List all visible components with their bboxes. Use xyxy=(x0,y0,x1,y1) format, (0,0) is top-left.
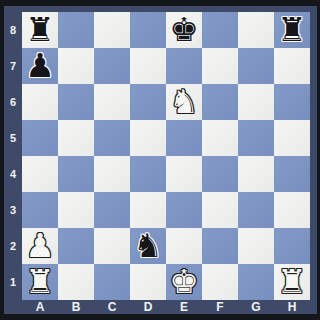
file-label-D: D xyxy=(130,300,166,314)
black-rook-icon[interactable]: ♜ xyxy=(277,12,307,48)
rank-label-8: 8 xyxy=(4,12,22,48)
square-h6[interactable] xyxy=(274,84,310,120)
square-c1[interactable] xyxy=(94,264,130,300)
square-e1[interactable]: ♚ xyxy=(166,264,202,300)
square-e4[interactable] xyxy=(166,156,202,192)
square-g5[interactable] xyxy=(238,120,274,156)
square-a4[interactable] xyxy=(22,156,58,192)
square-f2[interactable] xyxy=(202,228,238,264)
square-g3[interactable] xyxy=(238,192,274,228)
file-label-C: C xyxy=(94,300,130,314)
square-a2[interactable]: ♟ xyxy=(22,228,58,264)
square-g7[interactable] xyxy=(238,48,274,84)
square-g6[interactable] xyxy=(238,84,274,120)
file-label-H: H xyxy=(274,300,310,314)
square-c4[interactable] xyxy=(94,156,130,192)
file-labels: ABCDEFGH xyxy=(22,300,310,314)
white-king-icon[interactable]: ♚ xyxy=(169,264,199,300)
square-b1[interactable] xyxy=(58,264,94,300)
square-h7[interactable] xyxy=(274,48,310,84)
square-d5[interactable] xyxy=(130,120,166,156)
square-f5[interactable] xyxy=(202,120,238,156)
square-d6[interactable] xyxy=(130,84,166,120)
square-b8[interactable] xyxy=(58,12,94,48)
square-d3[interactable] xyxy=(130,192,166,228)
square-h3[interactable] xyxy=(274,192,310,228)
file-label-A: A xyxy=(22,300,58,314)
square-d2[interactable]: ♞ xyxy=(130,228,166,264)
chessboard: ♜♚♜♟♞♟♞♜♚♜ xyxy=(22,12,310,300)
square-e5[interactable] xyxy=(166,120,202,156)
black-king-icon[interactable]: ♚ xyxy=(169,12,199,48)
square-e2[interactable] xyxy=(166,228,202,264)
square-g8[interactable] xyxy=(238,12,274,48)
black-rook-icon[interactable]: ♜ xyxy=(25,12,55,48)
square-a6[interactable] xyxy=(22,84,58,120)
square-h4[interactable] xyxy=(274,156,310,192)
square-c8[interactable] xyxy=(94,12,130,48)
square-b2[interactable] xyxy=(58,228,94,264)
square-g4[interactable] xyxy=(238,156,274,192)
square-g1[interactable] xyxy=(238,264,274,300)
square-a1[interactable]: ♜ xyxy=(22,264,58,300)
square-h1[interactable]: ♜ xyxy=(274,264,310,300)
white-knight-icon[interactable]: ♞ xyxy=(169,84,199,120)
square-f7[interactable] xyxy=(202,48,238,84)
square-f1[interactable] xyxy=(202,264,238,300)
square-c6[interactable] xyxy=(94,84,130,120)
rank-labels: 87654321 xyxy=(4,12,22,300)
rank-label-7: 7 xyxy=(4,48,22,84)
square-b5[interactable] xyxy=(58,120,94,156)
white-rook-icon[interactable]: ♜ xyxy=(25,264,55,300)
square-c7[interactable] xyxy=(94,48,130,84)
square-f6[interactable] xyxy=(202,84,238,120)
rank-label-4: 4 xyxy=(4,156,22,192)
white-pawn-icon[interactable]: ♟ xyxy=(25,228,55,264)
rank-label-5: 5 xyxy=(4,120,22,156)
square-b4[interactable] xyxy=(58,156,94,192)
square-c5[interactable] xyxy=(94,120,130,156)
square-a5[interactable] xyxy=(22,120,58,156)
square-h8[interactable]: ♜ xyxy=(274,12,310,48)
square-g2[interactable] xyxy=(238,228,274,264)
file-label-G: G xyxy=(238,300,274,314)
square-a7[interactable]: ♟ xyxy=(22,48,58,84)
file-label-F: F xyxy=(202,300,238,314)
square-d8[interactable] xyxy=(130,12,166,48)
square-b6[interactable] xyxy=(58,84,94,120)
white-rook-icon[interactable]: ♜ xyxy=(277,264,307,300)
square-f8[interactable] xyxy=(202,12,238,48)
square-d1[interactable] xyxy=(130,264,166,300)
chessboard-frame: 87654321 ABCDEFGH ♜♚♜♟♞♟♞♜♚♜ xyxy=(0,0,320,320)
square-e8[interactable]: ♚ xyxy=(166,12,202,48)
square-a3[interactable] xyxy=(22,192,58,228)
rank-label-6: 6 xyxy=(4,84,22,120)
square-b3[interactable] xyxy=(58,192,94,228)
rank-label-3: 3 xyxy=(4,192,22,228)
square-c2[interactable] xyxy=(94,228,130,264)
square-d4[interactable] xyxy=(130,156,166,192)
file-label-B: B xyxy=(58,300,94,314)
black-pawn-icon[interactable]: ♟ xyxy=(25,48,55,84)
square-e7[interactable] xyxy=(166,48,202,84)
square-b7[interactable] xyxy=(58,48,94,84)
square-f3[interactable] xyxy=(202,192,238,228)
black-knight-icon[interactable]: ♞ xyxy=(133,228,163,264)
square-d7[interactable] xyxy=(130,48,166,84)
square-e3[interactable] xyxy=(166,192,202,228)
file-label-E: E xyxy=(166,300,202,314)
square-h2[interactable] xyxy=(274,228,310,264)
rank-label-1: 1 xyxy=(4,264,22,300)
square-c3[interactable] xyxy=(94,192,130,228)
square-h5[interactable] xyxy=(274,120,310,156)
square-a8[interactable]: ♜ xyxy=(22,12,58,48)
rank-label-2: 2 xyxy=(4,228,22,264)
square-e6[interactable]: ♞ xyxy=(166,84,202,120)
square-f4[interactable] xyxy=(202,156,238,192)
